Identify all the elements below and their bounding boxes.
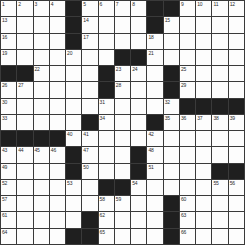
clue-number-53: 53 [67,180,72,186]
clue-number-29: 29 [181,82,186,88]
cell-r2c8[interactable] [115,17,130,32]
cell-r15c15[interactable] [229,229,244,244]
cell-r7c2[interactable] [17,99,32,114]
clue-number-8: 8 [132,1,135,7]
cell-r1c2[interactable]: 2 [17,1,32,16]
cell-r3c6[interactable]: 17 [82,34,97,49]
block-cell-r6c11 [164,82,179,97]
cell-r14c9[interactable] [131,212,146,227]
cell-r13c7[interactable]: 58 [99,196,114,211]
block-cell-r8c6 [82,115,97,130]
clue-number-51: 51 [148,164,153,170]
block-cell-r3c5 [66,34,81,49]
cell-r9c9[interactable] [131,131,146,146]
cell-r12c5[interactable]: 53 [66,180,81,195]
cell-r13c6[interactable] [82,196,97,211]
cell-r4c11[interactable] [164,50,179,65]
clue-number-46: 46 [51,147,56,153]
clue-number-35: 35 [165,115,170,121]
block-cell-r8c10 [147,115,162,130]
cell-r11c10[interactable]: 51 [147,164,162,179]
cell-r7c8[interactable] [115,99,130,114]
cell-r15c4[interactable] [50,229,65,244]
cell-r9c12[interactable] [180,131,195,146]
clue-number-57: 57 [2,196,7,202]
clue-number-3: 3 [35,1,38,7]
cell-r2c6[interactable]: 14 [82,17,97,32]
cell-r10c13[interactable] [196,147,211,162]
cell-r7c11[interactable]: 32 [164,99,179,114]
cell-r6c5[interactable] [66,82,81,97]
cell-r15c8[interactable] [115,229,130,244]
cell-r9c14[interactable] [212,131,227,146]
cell-r14c10[interactable] [147,212,162,227]
clue-number-11: 11 [213,1,218,7]
cell-r12c2[interactable] [17,180,32,195]
cell-r4c4[interactable] [50,50,65,65]
cell-r9c5[interactable]: 40 [66,131,81,146]
cell-r2c13[interactable] [196,17,211,32]
cell-r4c12[interactable] [180,50,195,65]
cell-r3c13[interactable] [196,34,211,49]
cell-r3c2[interactable] [17,34,32,49]
cell-r4c3[interactable] [34,50,49,65]
cell-r14c13[interactable] [196,212,211,227]
cell-r11c13[interactable] [196,164,211,179]
clue-number-22: 22 [35,66,40,72]
cell-r4c2[interactable] [17,50,32,65]
cell-r9c15[interactable] [229,131,244,146]
cell-r8c14[interactable]: 38 [212,115,227,130]
cell-r8c13[interactable]: 37 [196,115,211,130]
block-cell-r11c5 [66,164,81,179]
cell-r5c10[interactable] [147,66,162,81]
cell-r13c5[interactable] [66,196,81,211]
cell-r4c13[interactable] [196,50,211,65]
clue-number-63: 63 [181,212,186,218]
clue-number-20: 20 [67,50,72,56]
cell-r6c9[interactable] [131,82,146,97]
cell-r7c5[interactable] [66,99,81,114]
cell-r7c1[interactable]: 30 [1,99,16,114]
cell-r7c10[interactable] [147,99,162,114]
block-cell-r5c1 [1,66,16,81]
block-cell-r7c13 [196,99,211,114]
cell-r14c12[interactable]: 63 [180,212,195,227]
cell-r10c2[interactable]: 44 [17,147,32,162]
cell-r11c4[interactable] [50,164,65,179]
cell-r11c8[interactable] [115,164,130,179]
clue-number-41: 41 [83,131,88,137]
block-cell-r11c14 [212,164,227,179]
cell-r2c3[interactable] [34,17,49,32]
cell-r2c15[interactable] [229,17,244,32]
cell-r14c14[interactable] [212,212,227,227]
block-cell-r11c15 [229,164,244,179]
cell-r8c2[interactable] [17,115,32,130]
cell-r2c9[interactable] [131,17,146,32]
cell-r7c9[interactable] [131,99,146,114]
cell-r9c8[interactable] [115,131,130,146]
cell-r7c6[interactable] [82,99,97,114]
cell-r1c6[interactable]: 5 [82,1,97,16]
cell-r13c12[interactable]: 60 [180,196,195,211]
cell-r15c12[interactable]: 66 [180,229,195,244]
cell-r15c2[interactable] [17,229,32,244]
cell-r15c13[interactable] [196,229,211,244]
block-cell-r7c12 [180,99,195,114]
cell-r6c6[interactable] [82,82,97,97]
block-cell-r15c11 [164,229,179,244]
cell-r2c11[interactable]: 15 [164,17,179,32]
cell-r11c3[interactable] [34,164,49,179]
clue-number-32: 32 [165,99,170,105]
cell-r2c4[interactable] [50,17,65,32]
cell-r12c15[interactable]: 56 [229,180,244,195]
cell-r10c15[interactable] [229,147,244,162]
clue-number-47: 47 [83,147,88,153]
cell-r15c14[interactable] [212,229,227,244]
cell-r3c3[interactable] [34,34,49,49]
cell-r4c15[interactable] [229,50,244,65]
clue-number-26: 26 [2,82,7,88]
block-cell-r4c8 [115,50,130,65]
clue-number-14: 14 [83,17,88,23]
clue-number-59: 59 [116,196,121,202]
cell-r8c11[interactable]: 35 [164,115,179,130]
cell-r1c12[interactable]: 9 [180,1,195,16]
cell-r3c9[interactable] [131,34,146,49]
cell-r1c14[interactable]: 11 [212,1,227,16]
cell-r9c6[interactable]: 41 [82,131,97,146]
cell-r3c11[interactable] [164,34,179,49]
cell-r8c1[interactable]: 33 [1,115,16,130]
cell-r2c1[interactable]: 13 [1,17,16,32]
cell-r11c12[interactable] [180,164,195,179]
cell-r11c11[interactable] [164,164,179,179]
clue-number-61: 61 [2,212,7,218]
cell-r14c8[interactable] [115,212,130,227]
block-cell-r14c11 [164,212,179,227]
clue-number-30: 30 [2,99,7,105]
clue-number-39: 39 [230,115,235,121]
cell-r4c7[interactable] [99,50,114,65]
block-cell-r11c9 [131,164,146,179]
clue-number-31: 31 [100,99,105,105]
cell-r2c14[interactable] [212,17,227,32]
cell-r3c8[interactable] [115,34,130,49]
block-cell-r1c11 [164,1,179,16]
cell-r6c15[interactable] [229,82,244,97]
block-cell-r9c4 [50,131,65,146]
cell-r1c8[interactable]: 7 [115,1,130,16]
cell-r3c12[interactable] [180,34,195,49]
cell-r13c15[interactable] [229,196,244,211]
clue-number-7: 7 [116,1,119,7]
cell-r5c13[interactable] [196,66,211,81]
clue-number-38: 38 [213,115,218,121]
cell-r10c11[interactable] [164,147,179,162]
block-cell-r4c9 [131,50,146,65]
clue-number-24: 24 [132,66,137,72]
cell-r6c13[interactable] [196,82,211,97]
clue-number-9: 9 [181,1,184,7]
clue-number-2: 2 [18,1,21,7]
block-cell-r10c9 [131,147,146,162]
clue-number-62: 62 [100,212,105,218]
cell-r12c6[interactable] [82,180,97,195]
cell-r10c8[interactable] [115,147,130,162]
cell-r10c14[interactable] [212,147,227,162]
cell-r7c4[interactable] [50,99,65,114]
cell-r3c14[interactable] [212,34,227,49]
cell-r11c1[interactable]: 49 [1,164,16,179]
cell-r10c10[interactable]: 48 [147,147,162,162]
cell-r13c3[interactable] [34,196,49,211]
cell-r2c2[interactable] [17,17,32,32]
cell-r13c8[interactable]: 59 [115,196,130,211]
cell-r11c6[interactable]: 50 [82,164,97,179]
block-cell-r13c11 [164,196,179,211]
clue-number-50: 50 [83,164,88,170]
cell-r5c14[interactable] [212,66,227,81]
cell-r15c3[interactable] [34,229,49,244]
clue-number-23: 23 [116,66,121,72]
cell-r14c4[interactable] [50,212,65,227]
cell-r1c4[interactable]: 4 [50,1,65,16]
block-cell-r15c6 [82,229,97,244]
clue-number-42: 42 [148,131,153,137]
block-cell-r5c7 [99,66,114,81]
clue-number-60: 60 [181,196,186,202]
cell-r10c7[interactable] [99,147,114,162]
cell-r5c6[interactable] [82,66,97,81]
cell-r5c9[interactable]: 24 [131,66,146,81]
cell-r14c2[interactable] [17,212,32,227]
block-cell-r12c8 [115,180,130,195]
cell-r1c15[interactable]: 12 [229,1,244,16]
cell-r11c2[interactable] [17,164,32,179]
cell-r4c14[interactable] [212,50,227,65]
block-cell-r10c5 [66,147,81,162]
clue-number-52: 52 [2,180,7,186]
cell-r13c4[interactable] [50,196,65,211]
cell-r8c9[interactable] [131,115,146,130]
cell-r14c15[interactable] [229,212,244,227]
cell-r15c10[interactable] [147,229,162,244]
cell-r5c3[interactable]: 22 [34,66,49,81]
block-cell-r7c14 [212,99,227,114]
cell-r5c4[interactable] [50,66,65,81]
clue-number-66: 66 [181,229,186,235]
clue-number-12: 12 [230,1,235,7]
clue-number-65: 65 [100,229,105,235]
cell-r15c7[interactable]: 65 [99,229,114,244]
cell-r1c1[interactable]: 1 [1,1,16,16]
cell-r8c8[interactable] [115,115,130,130]
clue-number-55: 55 [213,180,218,186]
cell-r12c3[interactable] [34,180,49,195]
clue-number-45: 45 [35,147,40,153]
clue-number-4: 4 [51,1,54,7]
block-cell-r14c6 [82,212,97,227]
cell-r8c3[interactable] [34,115,49,130]
cell-r6c4[interactable] [50,82,65,97]
cell-r13c2[interactable] [17,196,32,211]
block-cell-r9c3 [34,131,49,146]
cell-r5c15[interactable] [229,66,244,81]
cell-r1c3[interactable]: 3 [34,1,49,16]
cell-r6c10[interactable] [147,82,162,97]
cell-r5c8[interactable]: 23 [115,66,130,81]
clue-number-34: 34 [100,115,105,121]
clue-number-6: 6 [100,1,103,7]
clue-number-27: 27 [18,82,23,88]
cell-r14c7[interactable]: 62 [99,212,114,227]
cell-r15c1[interactable]: 64 [1,229,16,244]
clue-number-49: 49 [2,164,7,170]
cell-r10c1[interactable]: 43 [1,147,16,162]
cell-r10c4[interactable]: 46 [50,147,65,162]
cell-r13c9[interactable] [131,196,146,211]
cell-r7c3[interactable] [34,99,49,114]
clue-number-18: 18 [148,34,153,40]
clue-number-64: 64 [2,229,7,235]
cell-r9c7[interactable] [99,131,114,146]
cell-r3c10[interactable]: 18 [147,34,162,49]
block-cell-r9c1 [1,131,16,146]
cell-r2c12[interactable] [180,17,195,32]
cell-r12c14[interactable]: 55 [212,180,227,195]
block-cell-r6c7 [99,82,114,97]
clue-number-37: 37 [197,115,202,121]
cell-r2c7[interactable] [99,17,114,32]
cell-r3c1[interactable]: 16 [1,34,16,49]
cell-r15c9[interactable] [131,229,146,244]
clue-number-16: 16 [2,34,7,40]
block-cell-r1c10 [147,1,162,16]
block-cell-r5c2 [17,66,32,81]
cell-r9c13[interactable] [196,131,211,146]
clue-number-21: 21 [148,50,153,56]
cell-r4c1[interactable]: 19 [1,50,16,65]
clue-number-44: 44 [18,147,23,153]
cell-r3c7[interactable] [99,34,114,49]
cell-r1c9[interactable]: 8 [131,1,146,16]
cell-r13c13[interactable] [196,196,211,211]
block-cell-r7c15 [229,99,244,114]
cell-r13c14[interactable] [212,196,227,211]
cell-r6c14[interactable] [212,82,227,97]
crossword-board: 1234567891011121314151617181920212223242… [0,0,245,245]
cell-r14c1[interactable]: 61 [1,212,16,227]
cell-r12c11[interactable] [164,180,179,195]
block-cell-r5c11 [164,66,179,81]
cell-r1c7[interactable]: 6 [99,1,114,16]
cell-r13c1[interactable]: 57 [1,196,16,211]
clue-number-33: 33 [2,115,7,121]
cell-r10c12[interactable] [180,147,195,162]
cell-r4c6[interactable] [82,50,97,65]
cell-r6c12[interactable]: 29 [180,82,195,97]
cell-r14c5[interactable] [66,212,81,227]
clue-number-1: 1 [2,1,5,7]
clue-number-40: 40 [67,131,72,137]
cell-r8c7[interactable]: 34 [99,115,114,130]
cell-r12c13[interactable] [196,180,211,195]
cell-r4c10[interactable]: 21 [147,50,162,65]
clue-number-10: 10 [197,1,202,7]
cell-r12c10[interactable] [147,180,162,195]
cell-r6c2[interactable]: 27 [17,82,32,97]
clue-number-54: 54 [132,180,137,186]
clue-number-13: 13 [2,17,7,23]
cell-r14c3[interactable] [34,212,49,227]
clue-number-43: 43 [2,147,7,153]
cell-r12c1[interactable]: 52 [1,180,16,195]
cell-r8c15[interactable]: 39 [229,115,244,130]
cell-r3c4[interactable] [50,34,65,49]
clue-number-5: 5 [83,1,86,7]
clue-number-36: 36 [181,115,186,121]
cell-r8c12[interactable]: 36 [180,115,195,130]
cell-r4c5[interactable]: 20 [66,50,81,65]
block-cell-r1c5 [66,1,81,16]
clue-number-56: 56 [230,180,235,186]
block-cell-r15c5 [66,229,81,244]
clue-number-58: 58 [100,196,105,202]
cell-r10c6[interactable]: 47 [82,147,97,162]
block-cell-r12c7 [99,180,114,195]
clue-number-28: 28 [116,82,121,88]
clue-number-48: 48 [148,147,153,153]
clue-number-15: 15 [165,17,170,23]
clue-number-25: 25 [181,66,186,72]
cell-r8c5[interactable] [66,115,81,130]
block-cell-r9c2 [17,131,32,146]
cell-r8c4[interactable] [50,115,65,130]
clue-number-19: 19 [2,50,7,56]
cell-r6c3[interactable] [34,82,49,97]
cell-r12c4[interactable] [50,180,65,195]
cell-r6c1[interactable]: 26 [1,82,16,97]
cell-r9c11[interactable] [164,131,179,146]
block-cell-r2c10 [147,17,162,32]
cell-r9c10[interactable]: 42 [147,131,162,146]
cell-r5c12[interactable]: 25 [180,66,195,81]
cell-r13c10[interactable] [147,196,162,211]
cell-r1c13[interactable]: 10 [196,1,211,16]
clue-number-17: 17 [83,34,88,40]
cell-r7c7[interactable]: 31 [99,99,114,114]
cell-r12c12[interactable] [180,180,195,195]
cell-r12c9[interactable]: 54 [131,180,146,195]
cell-r10c3[interactable]: 45 [34,147,49,162]
cell-r5c5[interactable] [66,66,81,81]
block-cell-r2c5 [66,17,81,32]
cell-r3c15[interactable] [229,34,244,49]
cell-r11c7[interactable] [99,164,114,179]
cell-r6c8[interactable]: 28 [115,82,130,97]
